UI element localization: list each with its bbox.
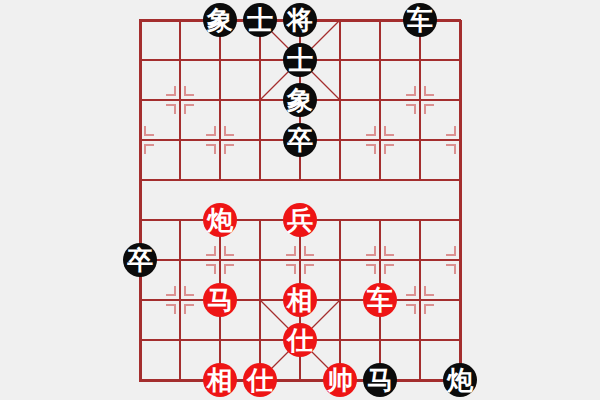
piece-red-general-59[interactable]: 帅 [323,363,357,397]
pieces-grid: 象士将车士象卒炮兵卒马相车仕相仕帅马炮 [120,0,480,400]
piece-black-cannon-89[interactable]: 炮 [443,363,477,397]
piece-black-soldier-06[interactable]: 卒 [123,243,157,277]
piece-red-elephant-29[interactable]: 相 [203,363,237,397]
piece-black-advisor-30[interactable]: 士 [243,3,277,37]
piece-black-elephant-42[interactable]: 象 [283,83,317,117]
piece-black-advisor-41[interactable]: 士 [283,43,317,77]
piece-red-elephant-47[interactable]: 相 [283,283,317,317]
piece-red-advisor-48[interactable]: 仕 [283,323,317,357]
piece-red-cannon-25[interactable]: 炮 [203,203,237,237]
piece-black-chariot-70[interactable]: 车 [403,3,437,37]
piece-black-horse-69[interactable]: 马 [363,363,397,397]
piece-red-horse-27[interactable]: 马 [203,283,237,317]
xiangqi-board: 象士将车士象卒炮兵卒马相车仕相仕帅马炮 [0,0,600,400]
piece-red-advisor-39[interactable]: 仕 [243,363,277,397]
piece-red-chariot-67[interactable]: 车 [363,283,397,317]
piece-black-elephant-20[interactable]: 象 [203,3,237,37]
piece-black-soldier-43[interactable]: 卒 [283,123,317,157]
piece-black-general-40[interactable]: 将 [283,3,317,37]
piece-red-soldier-45[interactable]: 兵 [283,203,317,237]
